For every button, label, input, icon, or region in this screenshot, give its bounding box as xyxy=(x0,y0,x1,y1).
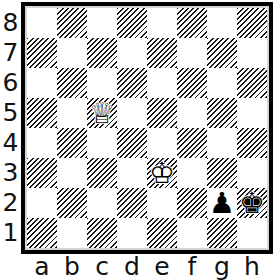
square-e5[interactable] xyxy=(147,98,177,128)
square-g7[interactable] xyxy=(207,38,237,68)
square-a6[interactable] xyxy=(27,68,57,98)
square-f7[interactable] xyxy=(177,38,207,68)
square-c4[interactable] xyxy=(87,128,117,158)
square-a1[interactable] xyxy=(27,218,57,248)
square-f4[interactable] xyxy=(177,128,207,158)
square-f2[interactable] xyxy=(177,188,207,218)
square-b2[interactable] xyxy=(57,188,87,218)
square-g6[interactable] xyxy=(207,68,237,98)
square-e2[interactable] xyxy=(147,188,177,218)
white-queen[interactable]: ♕ xyxy=(87,98,117,128)
file-label-b: b xyxy=(57,253,87,280)
rank-label-5: 5 xyxy=(0,98,21,128)
square-b8[interactable] xyxy=(57,8,87,38)
square-a5[interactable] xyxy=(27,98,57,128)
board-grid: ♛♕♚♔♟♚ xyxy=(27,8,267,248)
square-h6[interactable] xyxy=(237,68,267,98)
chess-board: ♛♕♚♔♟♚ xyxy=(21,2,273,254)
rank-label-8: 8 xyxy=(0,8,21,38)
square-g2[interactable]: ♟ xyxy=(207,188,237,218)
square-e1[interactable] xyxy=(147,218,177,248)
square-b6[interactable] xyxy=(57,68,87,98)
square-c8[interactable] xyxy=(87,8,117,38)
square-g3[interactable] xyxy=(207,158,237,188)
square-d3[interactable] xyxy=(117,158,147,188)
square-d2[interactable] xyxy=(117,188,147,218)
file-label-e: e xyxy=(147,253,177,280)
square-a8[interactable] xyxy=(27,8,57,38)
square-g4[interactable] xyxy=(207,128,237,158)
square-a3[interactable] xyxy=(27,158,57,188)
square-a2[interactable] xyxy=(27,188,57,218)
square-d7[interactable] xyxy=(117,38,147,68)
square-c2[interactable] xyxy=(87,188,117,218)
square-h8[interactable] xyxy=(237,8,267,38)
square-h2[interactable]: ♚ xyxy=(237,188,267,218)
square-e8[interactable] xyxy=(147,8,177,38)
black-king[interactable]: ♚ xyxy=(237,188,267,218)
square-c5[interactable]: ♛♕ xyxy=(87,98,117,128)
file-label-d: d xyxy=(117,253,147,280)
square-g5[interactable] xyxy=(207,98,237,128)
rank-label-2: 2 xyxy=(0,188,21,218)
square-a7[interactable] xyxy=(27,38,57,68)
square-d6[interactable] xyxy=(117,68,147,98)
square-e4[interactable] xyxy=(147,128,177,158)
square-h1[interactable] xyxy=(237,218,267,248)
file-labels: a b c d e f g h xyxy=(21,253,273,280)
square-d4[interactable] xyxy=(117,128,147,158)
rank-label-6: 6 xyxy=(0,68,21,98)
square-c6[interactable] xyxy=(87,68,117,98)
square-f1[interactable] xyxy=(177,218,207,248)
square-b7[interactable] xyxy=(57,38,87,68)
square-a4[interactable] xyxy=(27,128,57,158)
square-g1[interactable] xyxy=(207,218,237,248)
file-label-a: a xyxy=(27,253,57,280)
file-label-f: f xyxy=(177,253,207,280)
square-h3[interactable] xyxy=(237,158,267,188)
file-label-g: g xyxy=(207,253,237,280)
rank-label-4: 4 xyxy=(0,128,21,158)
square-d5[interactable] xyxy=(117,98,147,128)
chess-diagram: 8 7 6 5 4 3 2 1 ♛♕♚♔♟♚ a b c d e f g h xyxy=(0,0,280,280)
black-pawn[interactable]: ♟ xyxy=(207,188,237,218)
square-e7[interactable] xyxy=(147,38,177,68)
rank-labels: 8 7 6 5 4 3 2 1 xyxy=(0,2,21,254)
square-e6[interactable] xyxy=(147,68,177,98)
square-g8[interactable] xyxy=(207,8,237,38)
square-h4[interactable] xyxy=(237,128,267,158)
square-b5[interactable] xyxy=(57,98,87,128)
square-c3[interactable] xyxy=(87,158,117,188)
square-h5[interactable] xyxy=(237,98,267,128)
white-king[interactable]: ♔ xyxy=(147,158,177,188)
square-h7[interactable] xyxy=(237,38,267,68)
square-b4[interactable] xyxy=(57,128,87,158)
rank-label-3: 3 xyxy=(0,158,21,188)
file-label-h: h xyxy=(237,253,267,280)
square-d8[interactable] xyxy=(117,8,147,38)
square-b1[interactable] xyxy=(57,218,87,248)
square-f5[interactable] xyxy=(177,98,207,128)
square-e3[interactable]: ♚♔ xyxy=(147,158,177,188)
square-d1[interactable] xyxy=(117,218,147,248)
square-f6[interactable] xyxy=(177,68,207,98)
file-label-c: c xyxy=(87,253,117,280)
rank-label-7: 7 xyxy=(0,38,21,68)
rank-label-1: 1 xyxy=(0,218,21,248)
square-b3[interactable] xyxy=(57,158,87,188)
square-f3[interactable] xyxy=(177,158,207,188)
square-c1[interactable] xyxy=(87,218,117,248)
square-c7[interactable] xyxy=(87,38,117,68)
square-f8[interactable] xyxy=(177,8,207,38)
